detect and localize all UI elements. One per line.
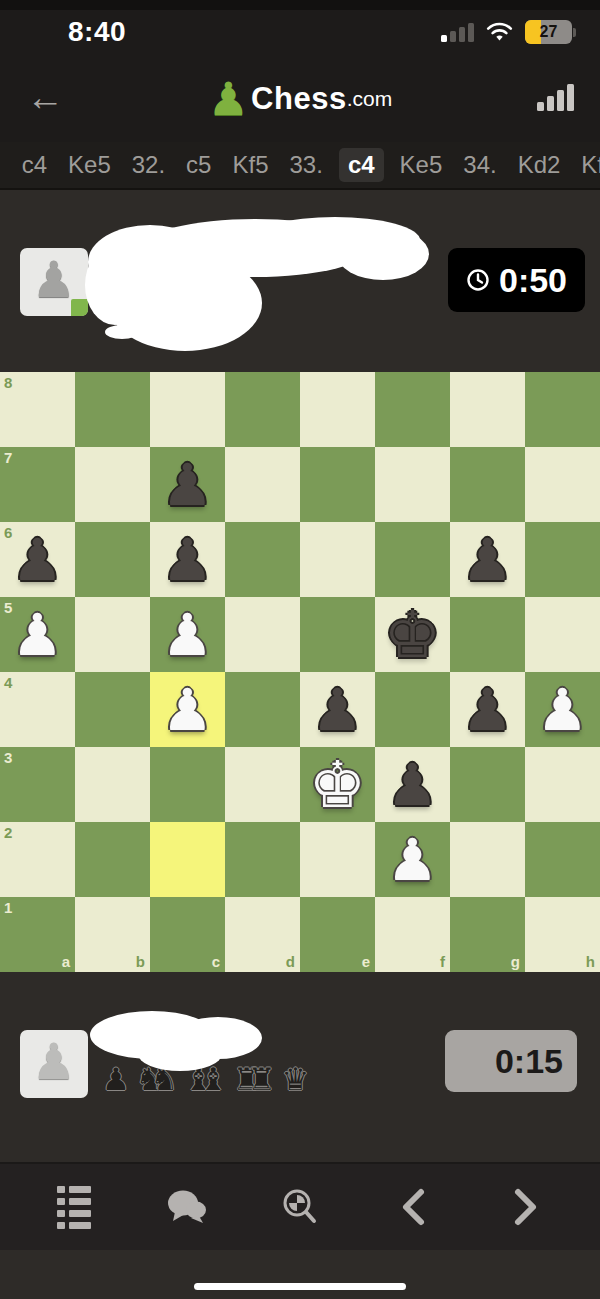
square-b3[interactable] bbox=[75, 747, 150, 822]
square-g6[interactable]: ♟ bbox=[450, 522, 525, 597]
square-d4[interactable] bbox=[225, 672, 300, 747]
black-pawn[interactable]: ♟ bbox=[150, 447, 225, 522]
captured-knight-icon: ♞ bbox=[151, 1064, 179, 1095]
square-b6[interactable] bbox=[75, 522, 150, 597]
square-g2[interactable] bbox=[450, 822, 525, 897]
square-a8[interactable]: 8 bbox=[0, 372, 75, 447]
online-badge bbox=[71, 299, 88, 316]
square-g4[interactable]: ♟ bbox=[450, 672, 525, 747]
square-g3[interactable] bbox=[450, 747, 525, 822]
black-pawn[interactable]: ♟ bbox=[150, 522, 225, 597]
square-g5[interactable] bbox=[450, 597, 525, 672]
square-c8[interactable] bbox=[150, 372, 225, 447]
chevron-right-icon bbox=[513, 1187, 539, 1227]
bottom-player-clock: 0:15 bbox=[445, 1030, 577, 1092]
black-pawn[interactable]: ♟ bbox=[450, 522, 525, 597]
move-token[interactable]: Kf4 bbox=[581, 151, 600, 179]
move-token-current[interactable]: c4 bbox=[339, 148, 384, 182]
rank-label: 2 bbox=[4, 824, 12, 841]
square-d6[interactable] bbox=[225, 522, 300, 597]
square-d7[interactable] bbox=[225, 447, 300, 522]
square-e8[interactable] bbox=[300, 372, 375, 447]
status-time: 8:40 bbox=[68, 16, 126, 48]
square-h5[interactable] bbox=[525, 597, 600, 672]
rank-label: 3 bbox=[4, 749, 12, 766]
previous-move-button[interactable] bbox=[378, 1172, 448, 1242]
bottom-player-panel: ♟ ♟♞♞♝♝♜♜♛ 0:15 bbox=[0, 972, 600, 1162]
square-g7[interactable] bbox=[450, 447, 525, 522]
square-e3[interactable]: ♚ bbox=[300, 747, 375, 822]
material-advantage: +2 bbox=[176, 284, 206, 313]
captured-queen-icon: ♛ bbox=[136, 282, 164, 313]
square-h2[interactable] bbox=[525, 822, 600, 897]
square-c7[interactable]: ♟ bbox=[150, 447, 225, 522]
square-c2[interactable] bbox=[150, 822, 225, 897]
analysis-magnifier-icon bbox=[280, 1187, 320, 1227]
rank-label: 8 bbox=[4, 374, 12, 391]
app-header: ← ♟ Chess .com bbox=[0, 56, 600, 142]
square-g8[interactable] bbox=[450, 372, 525, 447]
file-label: e bbox=[362, 953, 370, 970]
square-a1[interactable]: 1a bbox=[0, 897, 75, 972]
square-f6[interactable] bbox=[375, 522, 450, 597]
file-label: d bbox=[286, 953, 295, 970]
captured-queen-icon: ♛ bbox=[282, 1064, 310, 1095]
square-e1[interactable]: e bbox=[300, 897, 375, 972]
square-e6[interactable] bbox=[300, 522, 375, 597]
top-player-panel: ♟ ♜♛+2 0:50 bbox=[0, 190, 600, 372]
chesscom-logo: ♟ Chess .com bbox=[0, 76, 600, 122]
square-e2[interactable] bbox=[300, 822, 375, 897]
rank-label: 1 bbox=[4, 899, 12, 916]
square-c5[interactable]: ♟ bbox=[150, 597, 225, 672]
square-f7[interactable] bbox=[375, 447, 450, 522]
move-token[interactable]: 34. bbox=[463, 151, 496, 179]
square-a2[interactable]: 2 bbox=[0, 822, 75, 897]
status-bar: 8:40 27 bbox=[0, 0, 600, 56]
black-pawn[interactable]: ♟ bbox=[375, 747, 450, 822]
analysis-button[interactable] bbox=[265, 1172, 335, 1242]
square-a5[interactable]: 5♟ bbox=[0, 597, 75, 672]
wifi-icon bbox=[486, 22, 513, 43]
captured-rook-icon: ♜ bbox=[102, 282, 130, 313]
file-label: f bbox=[440, 953, 445, 970]
square-a4[interactable]: 4 bbox=[0, 672, 75, 747]
chess-board: 87♟6♟♟♟5♟♟♚4♟♟♟♟3♚♟2♟1abcdefgh bbox=[0, 372, 600, 972]
moves-list-button[interactable] bbox=[39, 1172, 109, 1242]
bottom-clock-time: 0:15 bbox=[495, 1042, 563, 1081]
top-player-avatar[interactable]: ♟ bbox=[20, 248, 88, 316]
rank-label: 7 bbox=[4, 449, 12, 466]
square-c1[interactable]: c bbox=[150, 897, 225, 972]
move-token[interactable]: Ke5 bbox=[68, 151, 111, 179]
square-a6[interactable]: 6♟ bbox=[0, 522, 75, 597]
square-b4[interactable] bbox=[75, 672, 150, 747]
square-b1[interactable]: b bbox=[75, 897, 150, 972]
battery-percent: 27 bbox=[525, 20, 572, 44]
square-h6[interactable] bbox=[525, 522, 600, 597]
square-h8[interactable] bbox=[525, 372, 600, 447]
file-label: b bbox=[136, 953, 145, 970]
square-c3[interactable] bbox=[150, 747, 225, 822]
chevron-left-icon bbox=[400, 1187, 426, 1227]
square-a3[interactable]: 3 bbox=[0, 747, 75, 822]
square-d3[interactable] bbox=[225, 747, 300, 822]
game-toolbar bbox=[0, 1162, 600, 1250]
black-pawn[interactable]: ♟ bbox=[0, 522, 75, 597]
square-h1[interactable]: h bbox=[525, 897, 600, 972]
square-h7[interactable] bbox=[525, 447, 600, 522]
logo-pawn-icon: ♟ bbox=[208, 76, 249, 122]
top-player-clock: 0:50 bbox=[448, 248, 585, 312]
square-e4[interactable]: ♟ bbox=[300, 672, 375, 747]
square-f2[interactable]: ♟ bbox=[375, 822, 450, 897]
moves-list-icon bbox=[57, 1186, 91, 1229]
black-pawn[interactable]: ♟ bbox=[450, 672, 525, 747]
captured-rook-icon: ♜ bbox=[248, 1064, 276, 1095]
square-a7[interactable]: 7 bbox=[0, 447, 75, 522]
chat-button[interactable] bbox=[152, 1172, 222, 1242]
move-token[interactable]: Kd2 bbox=[518, 151, 561, 179]
black-pawn[interactable]: ♟ bbox=[300, 672, 375, 747]
move-token[interactable]: c5 bbox=[186, 151, 211, 179]
square-c6[interactable]: ♟ bbox=[150, 522, 225, 597]
square-b7[interactable] bbox=[75, 447, 150, 522]
top-captured-pieces: ♜♛+2 bbox=[102, 282, 205, 313]
square-h3[interactable] bbox=[525, 747, 600, 822]
home-indicator bbox=[194, 1283, 406, 1290]
square-f8[interactable] bbox=[375, 372, 450, 447]
battery-icon: 27 bbox=[525, 20, 572, 44]
square-c4[interactable]: ♟ bbox=[150, 672, 225, 747]
black-king[interactable]: ♚ bbox=[375, 597, 450, 672]
white-pawn[interactable]: ♟ bbox=[0, 597, 75, 672]
chat-bubbles-icon bbox=[165, 1188, 209, 1226]
move-token[interactable]: . bbox=[0, 151, 1, 179]
logo-tld-text: .com bbox=[347, 87, 393, 111]
file-label: g bbox=[511, 953, 520, 970]
white-pawn[interactable]: ♟ bbox=[525, 672, 600, 747]
top-clock-time: 0:50 bbox=[499, 261, 567, 300]
connection-bars-icon bbox=[537, 84, 574, 111]
move-token[interactable]: 32. bbox=[132, 151, 165, 179]
captured-pawn-icon: ♟ bbox=[102, 1064, 130, 1095]
white-pawn[interactable]: ♟ bbox=[150, 597, 225, 672]
avatar-pawn-icon: ♟ bbox=[32, 255, 77, 305]
avatar-pawn-icon: ♟ bbox=[32, 1037, 77, 1087]
square-h4[interactable]: ♟ bbox=[525, 672, 600, 747]
move-token[interactable]: c4 bbox=[22, 151, 47, 179]
square-e5[interactable] bbox=[300, 597, 375, 672]
file-label: c bbox=[212, 953, 220, 970]
white-king[interactable]: ♚ bbox=[300, 747, 375, 822]
cellular-signal-icon bbox=[441, 22, 474, 42]
home-area bbox=[0, 1250, 600, 1299]
square-d8[interactable] bbox=[225, 372, 300, 447]
square-g1[interactable]: g bbox=[450, 897, 525, 972]
square-f5[interactable]: ♚ bbox=[375, 597, 450, 672]
square-b5[interactable] bbox=[75, 597, 150, 672]
captured-bishop-icon: ♝ bbox=[199, 1064, 227, 1095]
move-token[interactable]: Ke5 bbox=[400, 151, 443, 179]
chess-app-screen: 8:40 27 ← ♟ Chess .com . bbox=[0, 0, 600, 1299]
square-d5[interactable] bbox=[225, 597, 300, 672]
logo-text: Chess bbox=[251, 81, 347, 117]
square-f3[interactable]: ♟ bbox=[375, 747, 450, 822]
square-f1[interactable]: f bbox=[375, 897, 450, 972]
white-pawn[interactable]: ♟ bbox=[375, 822, 450, 897]
square-e7[interactable] bbox=[300, 447, 375, 522]
move-token[interactable]: Kf5 bbox=[232, 151, 268, 179]
rank-label: 4 bbox=[4, 674, 12, 691]
bottom-captured-pieces: ♟♞♞♝♝♜♜♛ bbox=[102, 1064, 309, 1095]
square-b8[interactable] bbox=[75, 372, 150, 447]
move-list-bar: .c4Ke532.c5Kf533.c4Ke534.Kd2Kf435.Kc bbox=[0, 142, 600, 190]
move-token[interactable]: 33. bbox=[290, 151, 323, 179]
file-label: a bbox=[62, 953, 70, 970]
next-move-button[interactable] bbox=[491, 1172, 561, 1242]
square-f4[interactable] bbox=[375, 672, 450, 747]
file-label: h bbox=[586, 953, 595, 970]
square-d2[interactable] bbox=[225, 822, 300, 897]
bottom-player-avatar[interactable]: ♟ bbox=[20, 1030, 88, 1098]
square-d1[interactable]: d bbox=[225, 897, 300, 972]
white-pawn[interactable]: ♟ bbox=[150, 672, 225, 747]
square-b2[interactable] bbox=[75, 822, 150, 897]
clock-icon bbox=[466, 268, 490, 292]
